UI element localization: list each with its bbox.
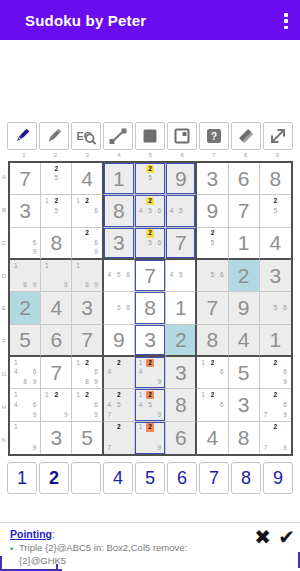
cell-value: 6	[166, 422, 195, 454]
cell-candidates: 56	[198, 261, 226, 290]
cell-B8[interactable]: 7	[229, 195, 260, 227]
cell-value: 8	[229, 422, 259, 454]
cell-A5[interactable]: 25	[135, 163, 166, 195]
app-bar: Sudoku by Peter	[0, 0, 300, 40]
corner-square-button[interactable]	[167, 122, 197, 150]
cell-value: 9	[166, 163, 195, 194]
cell-value: 3	[41, 422, 71, 454]
cell-E1[interactable]: 2	[10, 292, 41, 324]
number-pad: 12456789	[7, 462, 293, 494]
cell-candidates: 12689	[73, 358, 100, 387]
row-label-H: H	[0, 404, 8, 410]
cell-B7[interactable]: 9	[197, 195, 228, 227]
cell-candidates: 189	[73, 261, 100, 290]
cell-candidates: 1269	[73, 390, 100, 419]
cell-E2[interactable]: 4	[41, 292, 72, 324]
cell-K6[interactable]: 6	[166, 422, 197, 454]
cell-candidates: 25	[136, 164, 164, 193]
cell-value: 3	[197, 163, 227, 194]
hint-colon: :	[52, 528, 55, 540]
cell-candidates: 19	[42, 261, 70, 290]
row-label-A: A	[0, 174, 8, 180]
cell-value: 8	[135, 292, 165, 323]
cell-value: 7	[41, 357, 71, 388]
cell-value: 7	[166, 228, 195, 258]
hint-heading: Pointing:	[10, 528, 55, 540]
cell-candidates: 126	[73, 196, 100, 225]
cell-E3[interactable]: 3	[72, 292, 103, 324]
col-label-3: 3	[71, 151, 103, 160]
numpad-key-4[interactable]: 4	[103, 462, 133, 494]
cell-value: 5	[72, 422, 101, 454]
cell-candidates: 269	[261, 358, 290, 387]
cell-G8[interactable]: 5	[229, 357, 260, 389]
close-icon[interactable]: ✖	[254, 526, 271, 548]
cell-value: 1	[104, 163, 134, 194]
cell-B3[interactable]: 126	[72, 195, 103, 227]
cell-K3[interactable]: 5	[72, 422, 103, 454]
cell-F2[interactable]: 6	[41, 325, 72, 357]
cell-value: 4	[41, 292, 71, 323]
pen-button[interactable]	[7, 122, 37, 150]
cell-F9[interactable]: 1	[260, 325, 291, 357]
expand-arrows-icon	[268, 126, 288, 146]
cell-F4[interactable]: 9	[104, 325, 135, 357]
cell-value: 4	[72, 163, 101, 194]
cell-value: 7	[135, 260, 165, 291]
cell-value: 1	[260, 325, 291, 355]
cell-G2[interactable]: 7	[41, 357, 72, 389]
cell-G1[interactable]: 14689	[10, 357, 41, 389]
cell-value: 8	[166, 389, 195, 420]
numpad-key-7[interactable]: 7	[199, 462, 229, 494]
col-label-9: 9	[261, 151, 293, 160]
cell-value: 8	[104, 195, 134, 226]
column-labels: 123456789	[8, 151, 293, 160]
cell-B4[interactable]: 8	[104, 195, 135, 227]
numpad-key-6[interactable]: 6	[167, 462, 197, 494]
row-label-D: D	[0, 273, 8, 279]
cell-F8[interactable]: 4	[229, 325, 260, 357]
cell-value: 6	[229, 163, 259, 194]
cell-candidates: 456	[105, 261, 133, 290]
cell-H2[interactable]: 129	[41, 389, 72, 421]
hint-text: •Triple {2}@ABC5 in: Box2,Col5 remove: {…	[10, 542, 228, 568]
cell-candidates: 27	[105, 423, 133, 453]
cell-K7[interactable]: 4	[197, 422, 228, 454]
cell-A3[interactable]: 4	[72, 163, 103, 195]
fill-square-button[interactable]	[135, 122, 165, 150]
cell-D9[interactable]: 3	[260, 260, 291, 292]
cell-H7[interactable]: 126	[197, 389, 228, 421]
cell-D3[interactable]: 189	[72, 260, 103, 292]
cell-candidates: 45	[167, 261, 194, 290]
row-label-F: F	[0, 338, 8, 344]
cell-value: 7	[229, 195, 259, 226]
cell-value: 3	[229, 389, 259, 420]
cell-D1[interactable]: 189	[10, 260, 41, 292]
cell-C1[interactable]: 69	[10, 228, 41, 260]
cell-candidates: 2457	[105, 390, 133, 419]
cell-candidates: 126	[198, 358, 226, 387]
cell-value: 8	[41, 228, 71, 258]
cell-D4[interactable]: 456	[104, 260, 135, 292]
row-labels: ABCDEFGHK	[0, 161, 8, 456]
cell-G5[interactable]: 1249	[135, 357, 166, 389]
cell-value: 2	[10, 292, 40, 323]
cell-value: 3	[104, 228, 134, 258]
cell-candidates: 189	[11, 261, 39, 290]
expand-button[interactable]	[263, 122, 293, 150]
cell-H4[interactable]: 2457	[104, 389, 135, 421]
cell-B6[interactable]: 45	[166, 195, 197, 227]
eraser-icon	[236, 126, 256, 146]
cell-F1[interactable]: 5	[10, 325, 41, 357]
cell-value: 2	[229, 260, 259, 291]
cell-D6[interactable]: 45	[166, 260, 197, 292]
cell-E9[interactable]: 56	[260, 292, 291, 324]
cell-value: 9	[104, 325, 134, 355]
hint-strategy-link[interactable]: Pointing	[10, 528, 52, 540]
cell-value: 3	[260, 260, 291, 291]
sudoku-grid: 7254125936831251268245645972569826932567…	[8, 161, 293, 456]
cell-H8[interactable]: 3	[229, 389, 260, 421]
cell-value: 3	[72, 292, 101, 323]
cell-C8[interactable]: 1	[229, 228, 260, 260]
cell-value: 5	[10, 325, 40, 355]
numpad-key-3-empty[interactable]	[71, 462, 101, 494]
cell-candidates: 25	[198, 229, 226, 257]
pen-icon	[12, 126, 32, 146]
cell-D2[interactable]: 19	[41, 260, 72, 292]
cell-value: 8	[260, 163, 291, 194]
cell-A7[interactable]: 3	[197, 163, 228, 195]
cell-candidates: 56	[261, 293, 290, 322]
cell-C4[interactable]: 3	[104, 228, 135, 260]
cell-F7[interactable]: 8	[197, 325, 228, 357]
hint-panel: Pointing: •Triple {2}@ABC5 in: Box2,Col5…	[0, 522, 300, 571]
cell-candidates: 256	[136, 229, 164, 257]
col-label-4: 4	[103, 151, 135, 160]
cell-C2[interactable]: 8	[41, 228, 72, 260]
col-label-7: 7	[198, 151, 230, 160]
numpad-key-1[interactable]: 1	[7, 462, 37, 494]
chain-button[interactable]	[103, 122, 133, 150]
numpad-key-2[interactable]: 2	[39, 462, 69, 494]
cell-A8[interactable]: 6	[229, 163, 260, 195]
pencil-icon	[44, 126, 64, 146]
numpad-key-9[interactable]: 9	[263, 462, 293, 494]
cell-G3[interactable]: 12689	[72, 357, 103, 389]
cell-candidates: 1249	[136, 358, 164, 387]
cell-K4[interactable]: 27	[104, 422, 135, 454]
cell-value: 9	[229, 292, 259, 323]
hint-bullet: •	[10, 543, 13, 555]
cell-K8[interactable]: 8	[229, 422, 260, 454]
cell-value: 3	[135, 325, 165, 355]
cell-value: 6	[41, 325, 71, 355]
cell-G9[interactable]: 269	[260, 357, 291, 389]
row-label-G: G	[0, 371, 8, 377]
check-icon[interactable]: ✔	[278, 526, 295, 548]
cell-G4[interactable]: 24	[104, 357, 135, 389]
cell-B2[interactable]: 125	[41, 195, 72, 227]
cell-candidates: 56	[105, 293, 133, 322]
cell-value: 2	[166, 325, 195, 355]
cell-A2[interactable]: 25	[41, 163, 72, 195]
analyze-button[interactable]: EQ	[71, 122, 101, 150]
cell-value: 3	[166, 357, 195, 388]
cell-value: 4	[197, 422, 227, 454]
cell-E5[interactable]: 8	[135, 292, 166, 324]
cell-G7[interactable]: 126	[197, 357, 228, 389]
cell-A4[interactable]: 1	[104, 163, 135, 195]
app-title: Sudoku by Peter	[25, 12, 146, 29]
col-label-5: 5	[135, 151, 167, 160]
cell-H9[interactable]: 2679	[260, 389, 291, 421]
cell-H3[interactable]: 1269	[72, 389, 103, 421]
cell-E8[interactable]: 9	[229, 292, 260, 324]
row-label-E: E	[0, 305, 8, 311]
cell-value: 9	[197, 195, 227, 226]
col-label-6: 6	[166, 151, 198, 160]
cell-F6[interactable]: 2	[166, 325, 197, 357]
filled-square-icon	[140, 126, 160, 146]
hint-message: Triple {2}@ABC5 in: Box2,Col5 remove: {2…	[19, 542, 187, 566]
cell-H1[interactable]: 1469	[10, 389, 41, 421]
cell-candidates: 14689	[11, 358, 39, 387]
cell-value: 7	[10, 163, 40, 194]
cell-value: 7	[197, 292, 227, 323]
pencil-button[interactable]	[39, 122, 69, 150]
cell-candidates: 2456	[136, 196, 164, 225]
cell-candidates: 279	[261, 423, 290, 453]
cell-C3[interactable]: 269	[72, 228, 103, 260]
cell-value: 3	[10, 195, 40, 226]
cell-value: 7	[72, 325, 101, 355]
cell-G6[interactable]: 3	[166, 357, 197, 389]
cell-K9[interactable]: 279	[260, 422, 291, 454]
cell-K5[interactable]: 129	[135, 422, 166, 454]
cell-candidates: 129	[42, 390, 70, 419]
cell-E6[interactable]: 1	[166, 292, 197, 324]
cell-value: 8	[197, 325, 227, 355]
toolbar: EQ ?	[7, 122, 293, 150]
cell-H6[interactable]: 8	[166, 389, 197, 421]
cell-F5[interactable]: 3	[135, 325, 166, 357]
bottom-edge-accent-right	[298, 552, 300, 568]
cell-K2[interactable]: 3	[41, 422, 72, 454]
eq-magnifier-icon: EQ	[76, 126, 96, 146]
cell-C7[interactable]: 25	[197, 228, 228, 260]
cell-candidates: 2679	[261, 390, 290, 419]
cell-B1[interactable]: 3	[10, 195, 41, 227]
cell-A6[interactable]: 9	[166, 163, 197, 195]
cell-candidates: 19	[11, 423, 39, 453]
cell-D5[interactable]: 7	[135, 260, 166, 292]
cell-D8[interactable]: 2	[229, 260, 260, 292]
cell-K1[interactable]: 19	[10, 422, 41, 454]
cell-candidates: 45	[167, 196, 194, 225]
bottom-edge-accent-tick	[56, 564, 58, 570]
cell-candidates: 25	[261, 196, 290, 225]
cell-A1[interactable]: 7	[10, 163, 41, 195]
cell-D7[interactable]: 56	[197, 260, 228, 292]
cell-value: 4	[260, 228, 291, 258]
cell-candidates: 1469	[11, 390, 39, 419]
cell-value: 1	[229, 228, 259, 258]
cell-C9[interactable]: 4	[260, 228, 291, 260]
cell-candidates: 269	[73, 229, 100, 257]
row-label-C: C	[0, 240, 8, 246]
question-square-icon: ?	[204, 126, 224, 146]
cell-A9[interactable]: 8	[260, 163, 291, 195]
kebab-menu-icon[interactable]	[284, 13, 288, 29]
col-label-8: 8	[230, 151, 262, 160]
cell-H5[interactable]: 12459	[135, 389, 166, 421]
cell-candidates: 129	[136, 423, 164, 453]
numpad-key-8[interactable]: 8	[231, 462, 261, 494]
numpad-key-5[interactable]: 5	[135, 462, 165, 494]
cell-E4[interactable]: 56	[104, 292, 135, 324]
cell-candidates: 125	[42, 196, 70, 225]
col-label-1: 1	[8, 151, 40, 160]
cell-value: 4	[229, 325, 259, 355]
square-corner-icon	[172, 126, 192, 146]
svg-text:?: ?	[211, 131, 217, 142]
cell-C6[interactable]: 7	[166, 228, 197, 260]
cell-candidates: 12459	[136, 390, 164, 419]
cell-value: 1	[166, 292, 195, 323]
row-label-K: K	[0, 437, 8, 443]
eraser-button[interactable]	[231, 122, 261, 150]
row-label-B: B	[0, 207, 8, 213]
cell-candidates: 69	[11, 229, 39, 257]
cell-F3[interactable]: 7	[72, 325, 103, 357]
cell-C5[interactable]: 256	[135, 228, 166, 260]
hint-button[interactable]: ?	[199, 122, 229, 150]
cell-E7[interactable]: 7	[197, 292, 228, 324]
cell-B5[interactable]: 2456	[135, 195, 166, 227]
line-endpoints-icon	[108, 126, 128, 146]
cell-candidates: 126	[198, 390, 226, 419]
cell-candidates: 25	[42, 164, 70, 193]
cell-B9[interactable]: 25	[260, 195, 291, 227]
col-label-2: 2	[40, 151, 72, 160]
sudoku-app-screen: Sudoku by Peter EQ ? 123456789	[0, 0, 300, 571]
cell-value: 5	[229, 357, 259, 388]
cell-candidates: 24	[105, 358, 133, 387]
